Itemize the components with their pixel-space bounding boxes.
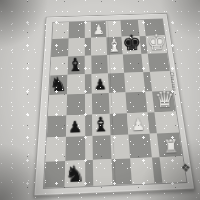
square-d6 bbox=[91, 55, 108, 74]
white-pawn-d8: ♟ bbox=[92, 23, 105, 37]
square-b3: ♟ bbox=[66, 114, 85, 137]
square-a5: ♞ bbox=[49, 75, 67, 95]
black-knight-b1: ♞ bbox=[64, 162, 85, 185]
square-d7 bbox=[91, 37, 107, 55]
white-bishop-e7: ♝ bbox=[106, 37, 122, 55]
black-king-f7: ♚ bbox=[122, 32, 142, 54]
black-bishop-d3: ♝ bbox=[92, 115, 111, 136]
square-a8 bbox=[52, 22, 69, 39]
board-frame: ♟♝♚♚♝♞♟♛♟♝♟♜♞ Chessex ❖ bbox=[33, 13, 195, 196]
white-queen-h4: ♛ bbox=[154, 88, 175, 111]
white-rook-h2: ♜ bbox=[162, 138, 178, 156]
square-f5 bbox=[124, 72, 146, 92]
square-h3 bbox=[155, 111, 179, 134]
square-d8: ♟ bbox=[91, 21, 107, 38]
square-h6 bbox=[148, 53, 170, 72]
square-a3 bbox=[47, 115, 67, 138]
square-d1 bbox=[93, 159, 113, 185]
board-logo-icon: ❖ bbox=[180, 161, 192, 174]
square-a4 bbox=[48, 94, 67, 116]
square-h2: ♜ bbox=[157, 133, 182, 157]
square-f4 bbox=[125, 91, 147, 113]
square-h4: ♛ bbox=[152, 90, 175, 111]
square-b6: ♝ bbox=[68, 56, 85, 75]
square-b2 bbox=[65, 136, 85, 161]
black-bishop-b6: ♝ bbox=[67, 55, 84, 74]
black-pawn-b3: ♟ bbox=[68, 120, 83, 136]
black-knight-a5: ♞ bbox=[49, 74, 67, 94]
white-pawn-f3: ♟ bbox=[131, 117, 146, 133]
square-f3: ♟ bbox=[127, 112, 150, 135]
black-pawn-d5: ♟ bbox=[93, 77, 107, 92]
square-d3: ♝ bbox=[92, 113, 110, 136]
square-a1 bbox=[44, 161, 65, 188]
square-f1 bbox=[130, 158, 155, 184]
square-a7 bbox=[51, 38, 68, 57]
square-b5 bbox=[67, 74, 85, 94]
square-f6 bbox=[123, 54, 144, 73]
square-d2 bbox=[92, 136, 111, 161]
square-d5: ♟ bbox=[91, 73, 108, 93]
square-h7: ♚ bbox=[146, 35, 167, 53]
square-a2 bbox=[46, 137, 66, 162]
square-c5 bbox=[85, 74, 92, 94]
square-d4 bbox=[92, 93, 110, 114]
photo-background: ♟♝♚♚♝♞♟♛♟♝♟♜♞ Chessex ❖ bbox=[0, 0, 200, 200]
chessboard-grid: ♟♝♚♚♝♞♟♛♟♝♟♜♞ bbox=[44, 19, 186, 187]
square-f7: ♚ bbox=[121, 36, 141, 54]
square-e7: ♝ bbox=[106, 37, 123, 55]
white-king-h7: ♚ bbox=[147, 32, 167, 54]
square-b4 bbox=[67, 93, 85, 115]
square-b1: ♞ bbox=[65, 160, 85, 187]
chessboard: ♟♝♚♚♝♞♟♛♟♝♟♜♞ Chessex ❖ bbox=[33, 13, 195, 196]
square-b8 bbox=[69, 22, 85, 39]
square-f2 bbox=[128, 134, 152, 159]
